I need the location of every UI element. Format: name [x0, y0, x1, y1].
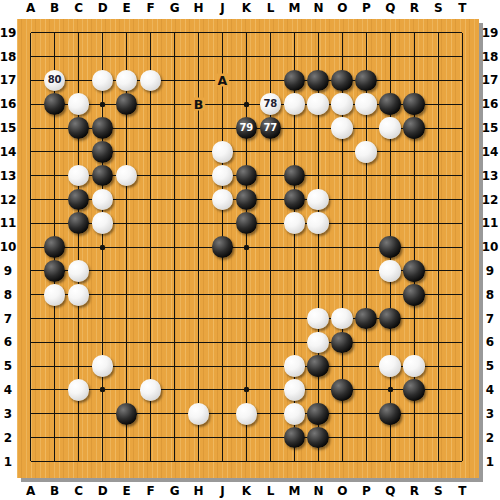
board-cell-Q8[interactable]	[378, 283, 402, 307]
board-cell-B1[interactable]	[43, 450, 67, 474]
board-cell-G13[interactable]	[163, 164, 187, 188]
board-cell-P10[interactable]	[354, 235, 378, 259]
board-cell-G18[interactable]	[163, 45, 187, 69]
board-cell-P13[interactable]	[354, 164, 378, 188]
board-cell-H6[interactable]	[186, 330, 210, 354]
board-cell-J17[interactable]: A	[210, 69, 234, 93]
board-cell-A19[interactable]	[19, 21, 43, 45]
board-cell-J11[interactable]	[210, 211, 234, 235]
board-cell-L13[interactable]	[258, 164, 282, 188]
board-cell-S9[interactable]	[426, 259, 450, 283]
board-cell-L6[interactable]	[258, 330, 282, 354]
board-cell-E14[interactable]	[115, 140, 139, 164]
board-cell-G12[interactable]	[163, 188, 187, 212]
board-cell-L9[interactable]	[258, 259, 282, 283]
board-cell-S11[interactable]	[426, 211, 450, 235]
board-cell-K13[interactable]	[234, 164, 258, 188]
board-cell-A5[interactable]	[19, 354, 43, 378]
board-cell-B16[interactable]	[43, 92, 67, 116]
board-cell-S15[interactable]	[426, 116, 450, 140]
board-cell-T9[interactable]	[450, 259, 474, 283]
board-cell-T1[interactable]	[450, 450, 474, 474]
board-cell-A14[interactable]	[19, 140, 43, 164]
board-cell-K3[interactable]	[234, 402, 258, 426]
board-cell-P9[interactable]	[354, 259, 378, 283]
board-cell-C5[interactable]	[67, 354, 91, 378]
board-cell-E13[interactable]	[115, 164, 139, 188]
board-cell-P17[interactable]	[354, 69, 378, 93]
board-cell-G5[interactable]	[163, 354, 187, 378]
board-cell-G2[interactable]	[163, 426, 187, 450]
board-cell-D1[interactable]	[91, 450, 115, 474]
board-cell-M10[interactable]	[282, 235, 306, 259]
board-cell-P14[interactable]	[354, 140, 378, 164]
board-cell-A6[interactable]	[19, 330, 43, 354]
board-cell-K8[interactable]	[234, 283, 258, 307]
board-cell-P8[interactable]	[354, 283, 378, 307]
board-cell-L10[interactable]	[258, 235, 282, 259]
board-cell-O3[interactable]	[330, 402, 354, 426]
board-cell-A17[interactable]	[19, 69, 43, 93]
board-cell-T8[interactable]	[450, 283, 474, 307]
board-cell-F3[interactable]	[139, 402, 163, 426]
board-cell-J19[interactable]	[210, 21, 234, 45]
board-cell-Q4[interactable]	[378, 378, 402, 402]
board-cell-N17[interactable]	[306, 69, 330, 93]
board-cell-M1[interactable]	[282, 450, 306, 474]
board-cell-G10[interactable]	[163, 235, 187, 259]
board-cell-R17[interactable]	[402, 69, 426, 93]
board-cell-O5[interactable]	[330, 354, 354, 378]
board-cell-C4[interactable]	[67, 378, 91, 402]
board-cell-B7[interactable]	[43, 307, 67, 331]
board-cell-Q19[interactable]	[378, 21, 402, 45]
board-cell-N1[interactable]	[306, 450, 330, 474]
board-cell-G3[interactable]	[163, 402, 187, 426]
board-cell-Q9[interactable]	[378, 259, 402, 283]
board-cell-N18[interactable]	[306, 45, 330, 69]
board-cell-O18[interactable]	[330, 45, 354, 69]
board-cell-L1[interactable]	[258, 450, 282, 474]
board-cell-C19[interactable]	[67, 21, 91, 45]
board-cell-E5[interactable]	[115, 354, 139, 378]
board-cell-N9[interactable]	[306, 259, 330, 283]
board-cell-K1[interactable]	[234, 450, 258, 474]
board-cell-K15[interactable]: 79	[234, 116, 258, 140]
board-cell-K4[interactable]	[234, 378, 258, 402]
board-cell-B14[interactable]	[43, 140, 67, 164]
board-cell-A10[interactable]	[19, 235, 43, 259]
board-cell-D14[interactable]	[91, 140, 115, 164]
board-cell-P2[interactable]	[354, 426, 378, 450]
board-cell-H2[interactable]	[186, 426, 210, 450]
board-cell-F1[interactable]	[139, 450, 163, 474]
board-cell-N14[interactable]	[306, 140, 330, 164]
board-cell-C7[interactable]	[67, 307, 91, 331]
board-cell-S5[interactable]	[426, 354, 450, 378]
board-cell-G11[interactable]	[163, 211, 187, 235]
board-cell-J15[interactable]	[210, 116, 234, 140]
board-cell-O10[interactable]	[330, 235, 354, 259]
board-cell-H15[interactable]	[186, 116, 210, 140]
board-cell-M14[interactable]	[282, 140, 306, 164]
board-cell-L14[interactable]	[258, 140, 282, 164]
board-cell-M6[interactable]	[282, 330, 306, 354]
board-cell-D11[interactable]	[91, 211, 115, 235]
board-cell-M16[interactable]	[282, 92, 306, 116]
board-cell-R10[interactable]	[402, 235, 426, 259]
board-cell-N4[interactable]	[306, 378, 330, 402]
board-cell-M19[interactable]	[282, 21, 306, 45]
board-cell-G15[interactable]	[163, 116, 187, 140]
board-cell-B18[interactable]	[43, 45, 67, 69]
board-cell-F2[interactable]	[139, 426, 163, 450]
board-cell-L15[interactable]: 77	[258, 116, 282, 140]
board-cell-D18[interactable]	[91, 45, 115, 69]
board-cell-H14[interactable]	[186, 140, 210, 164]
board-cell-D5[interactable]	[91, 354, 115, 378]
board-cell-M13[interactable]	[282, 164, 306, 188]
board-cell-Q11[interactable]	[378, 211, 402, 235]
board-cell-P7[interactable]	[354, 307, 378, 331]
board-cell-E4[interactable]	[115, 378, 139, 402]
board-cell-C9[interactable]	[67, 259, 91, 283]
board-cell-F9[interactable]	[139, 259, 163, 283]
board-cell-J3[interactable]	[210, 402, 234, 426]
board-cell-L7[interactable]	[258, 307, 282, 331]
board-cell-M2[interactable]	[282, 426, 306, 450]
board-cell-H3[interactable]	[186, 402, 210, 426]
board-cell-K16[interactable]	[234, 92, 258, 116]
board-cell-D15[interactable]	[91, 116, 115, 140]
board-cell-Q6[interactable]	[378, 330, 402, 354]
board-cell-F12[interactable]	[139, 188, 163, 212]
board-cell-C1[interactable]	[67, 450, 91, 474]
board-cell-R1[interactable]	[402, 450, 426, 474]
board-cell-R2[interactable]	[402, 426, 426, 450]
board-cell-C15[interactable]	[67, 116, 91, 140]
board-cell-F14[interactable]	[139, 140, 163, 164]
board-cell-T17[interactable]	[450, 69, 474, 93]
board-cell-A7[interactable]	[19, 307, 43, 331]
board-cell-F18[interactable]	[139, 45, 163, 69]
board-cell-L12[interactable]	[258, 188, 282, 212]
board-cell-H13[interactable]	[186, 164, 210, 188]
board-cell-N12[interactable]	[306, 188, 330, 212]
board-cell-G17[interactable]	[163, 69, 187, 93]
board-cell-D6[interactable]	[91, 330, 115, 354]
board-cell-G19[interactable]	[163, 21, 187, 45]
board-cell-C17[interactable]	[67, 69, 91, 93]
board-cell-A8[interactable]	[19, 283, 43, 307]
board-cell-B4[interactable]	[43, 378, 67, 402]
board-cell-P4[interactable]	[354, 378, 378, 402]
board-cell-E6[interactable]	[115, 330, 139, 354]
board-cell-T10[interactable]	[450, 235, 474, 259]
board-cell-S7[interactable]	[426, 307, 450, 331]
board-cell-S14[interactable]	[426, 140, 450, 164]
board-cell-H11[interactable]	[186, 211, 210, 235]
board-cell-A18[interactable]	[19, 45, 43, 69]
board-cell-B8[interactable]	[43, 283, 67, 307]
board-cell-H1[interactable]	[186, 450, 210, 474]
board-cell-M3[interactable]	[282, 402, 306, 426]
board-cell-H16[interactable]: B	[186, 92, 210, 116]
board-cell-T19[interactable]	[450, 21, 474, 45]
board-cell-A15[interactable]	[19, 116, 43, 140]
board-cell-S18[interactable]	[426, 45, 450, 69]
board-cell-M8[interactable]	[282, 283, 306, 307]
board-cell-O9[interactable]	[330, 259, 354, 283]
board-cell-J10[interactable]	[210, 235, 234, 259]
board-cell-H17[interactable]	[186, 69, 210, 93]
board-cell-L8[interactable]	[258, 283, 282, 307]
board-cell-D19[interactable]	[91, 21, 115, 45]
board-cell-F15[interactable]	[139, 116, 163, 140]
board-cell-J1[interactable]	[210, 450, 234, 474]
board-cell-B11[interactable]	[43, 211, 67, 235]
board-cell-O4[interactable]	[330, 378, 354, 402]
board-cell-L16[interactable]: 78	[258, 92, 282, 116]
board-cell-O19[interactable]	[330, 21, 354, 45]
board-cell-S3[interactable]	[426, 402, 450, 426]
board-cell-B17[interactable]: 80	[43, 69, 67, 93]
board-cell-R12[interactable]	[402, 188, 426, 212]
board-cell-K6[interactable]	[234, 330, 258, 354]
board-cell-T4[interactable]	[450, 378, 474, 402]
board-grid[interactable]: 80AB787977	[19, 21, 474, 473]
board-cell-K18[interactable]	[234, 45, 258, 69]
board-cell-B12[interactable]	[43, 188, 67, 212]
board-cell-D13[interactable]	[91, 164, 115, 188]
board-cell-J12[interactable]	[210, 188, 234, 212]
board-cell-A16[interactable]	[19, 92, 43, 116]
board-cell-A1[interactable]	[19, 450, 43, 474]
board-cell-L2[interactable]	[258, 426, 282, 450]
board-cell-O6[interactable]	[330, 330, 354, 354]
board-cell-N11[interactable]	[306, 211, 330, 235]
board-cell-T18[interactable]	[450, 45, 474, 69]
board-cell-E9[interactable]	[115, 259, 139, 283]
board-cell-K2[interactable]	[234, 426, 258, 450]
board-cell-E15[interactable]	[115, 116, 139, 140]
board-cell-B19[interactable]	[43, 21, 67, 45]
board-cell-E8[interactable]	[115, 283, 139, 307]
board-cell-N3[interactable]	[306, 402, 330, 426]
board-cell-P12[interactable]	[354, 188, 378, 212]
board-cell-F8[interactable]	[139, 283, 163, 307]
board-cell-F4[interactable]	[139, 378, 163, 402]
board-cell-O14[interactable]	[330, 140, 354, 164]
board-cell-N7[interactable]	[306, 307, 330, 331]
board-cell-A9[interactable]	[19, 259, 43, 283]
board-cell-M17[interactable]	[282, 69, 306, 93]
board-cell-Q13[interactable]	[378, 164, 402, 188]
board-cell-O1[interactable]	[330, 450, 354, 474]
board-cell-Q12[interactable]	[378, 188, 402, 212]
board-cell-T2[interactable]	[450, 426, 474, 450]
board-cell-D4[interactable]	[91, 378, 115, 402]
board-cell-S1[interactable]	[426, 450, 450, 474]
board-cell-J6[interactable]	[210, 330, 234, 354]
board-cell-F19[interactable]	[139, 21, 163, 45]
board-cell-S8[interactable]	[426, 283, 450, 307]
board-cell-T6[interactable]	[450, 330, 474, 354]
board-cell-K7[interactable]	[234, 307, 258, 331]
board-cell-P3[interactable]	[354, 402, 378, 426]
board-cell-L3[interactable]	[258, 402, 282, 426]
board-cell-F13[interactable]	[139, 164, 163, 188]
board-cell-L11[interactable]	[258, 211, 282, 235]
board-cell-Q16[interactable]	[378, 92, 402, 116]
board-cell-C6[interactable]	[67, 330, 91, 354]
board-cell-D9[interactable]	[91, 259, 115, 283]
board-cell-R4[interactable]	[402, 378, 426, 402]
board-cell-A13[interactable]	[19, 164, 43, 188]
board-cell-E3[interactable]	[115, 402, 139, 426]
board-cell-G1[interactable]	[163, 450, 187, 474]
board-cell-B6[interactable]	[43, 330, 67, 354]
board-cell-A3[interactable]	[19, 402, 43, 426]
board-cell-R8[interactable]	[402, 283, 426, 307]
board-cell-O11[interactable]	[330, 211, 354, 235]
board-cell-H19[interactable]	[186, 21, 210, 45]
board-cell-R3[interactable]	[402, 402, 426, 426]
board-cell-J8[interactable]	[210, 283, 234, 307]
board-cell-O13[interactable]	[330, 164, 354, 188]
board-cell-N15[interactable]	[306, 116, 330, 140]
board-cell-E7[interactable]	[115, 307, 139, 331]
board-cell-E2[interactable]	[115, 426, 139, 450]
board-cell-T14[interactable]	[450, 140, 474, 164]
board-cell-R15[interactable]	[402, 116, 426, 140]
board-cell-B9[interactable]	[43, 259, 67, 283]
board-cell-E16[interactable]	[115, 92, 139, 116]
board-cell-G16[interactable]	[163, 92, 187, 116]
board-cell-F11[interactable]	[139, 211, 163, 235]
board-cell-R18[interactable]	[402, 45, 426, 69]
board-cell-L19[interactable]	[258, 21, 282, 45]
board-cell-K9[interactable]	[234, 259, 258, 283]
board-cell-N6[interactable]	[306, 330, 330, 354]
board-cell-J9[interactable]	[210, 259, 234, 283]
board-cell-F16[interactable]	[139, 92, 163, 116]
board-cell-H8[interactable]	[186, 283, 210, 307]
board-cell-N19[interactable]	[306, 21, 330, 45]
board-cell-O17[interactable]	[330, 69, 354, 93]
board-cell-F10[interactable]	[139, 235, 163, 259]
board-cell-P5[interactable]	[354, 354, 378, 378]
board-cell-A2[interactable]	[19, 426, 43, 450]
board-cell-H5[interactable]	[186, 354, 210, 378]
board-cell-N8[interactable]	[306, 283, 330, 307]
board-cell-M11[interactable]	[282, 211, 306, 235]
board-cell-K11[interactable]	[234, 211, 258, 235]
board-cell-S16[interactable]	[426, 92, 450, 116]
board-cell-J7[interactable]	[210, 307, 234, 331]
board-cell-Q5[interactable]	[378, 354, 402, 378]
board-cell-T3[interactable]	[450, 402, 474, 426]
board-cell-J16[interactable]	[210, 92, 234, 116]
board-cell-A11[interactable]	[19, 211, 43, 235]
board-cell-L5[interactable]	[258, 354, 282, 378]
board-cell-G7[interactable]	[163, 307, 187, 331]
board-cell-S17[interactable]	[426, 69, 450, 93]
board-cell-O7[interactable]	[330, 307, 354, 331]
board-cell-F6[interactable]	[139, 330, 163, 354]
board-cell-N10[interactable]	[306, 235, 330, 259]
board-cell-S13[interactable]	[426, 164, 450, 188]
board-cell-N16[interactable]	[306, 92, 330, 116]
board-cell-D12[interactable]	[91, 188, 115, 212]
board-cell-C8[interactable]	[67, 283, 91, 307]
board-cell-E18[interactable]	[115, 45, 139, 69]
board-cell-C10[interactable]	[67, 235, 91, 259]
board-cell-M18[interactable]	[282, 45, 306, 69]
board-cell-G9[interactable]	[163, 259, 187, 283]
board-cell-B15[interactable]	[43, 116, 67, 140]
board-cell-Q1[interactable]	[378, 450, 402, 474]
board-cell-K5[interactable]	[234, 354, 258, 378]
board-cell-P11[interactable]	[354, 211, 378, 235]
board-cell-D3[interactable]	[91, 402, 115, 426]
board-cell-Q10[interactable]	[378, 235, 402, 259]
board-cell-R5[interactable]	[402, 354, 426, 378]
board-cell-G8[interactable]	[163, 283, 187, 307]
board-cell-F7[interactable]	[139, 307, 163, 331]
board-cell-R14[interactable]	[402, 140, 426, 164]
board-cell-L17[interactable]	[258, 69, 282, 93]
board-cell-C14[interactable]	[67, 140, 91, 164]
board-cell-T16[interactable]	[450, 92, 474, 116]
board-cell-K19[interactable]	[234, 21, 258, 45]
board-cell-P1[interactable]	[354, 450, 378, 474]
board-cell-P19[interactable]	[354, 21, 378, 45]
board-cell-P6[interactable]	[354, 330, 378, 354]
board-cell-H18[interactable]	[186, 45, 210, 69]
board-cell-H10[interactable]	[186, 235, 210, 259]
board-cell-O8[interactable]	[330, 283, 354, 307]
board-cell-G6[interactable]	[163, 330, 187, 354]
board-cell-J13[interactable]	[210, 164, 234, 188]
board-cell-S6[interactable]	[426, 330, 450, 354]
board-cell-S12[interactable]	[426, 188, 450, 212]
board-cell-E10[interactable]	[115, 235, 139, 259]
board-cell-B13[interactable]	[43, 164, 67, 188]
board-cell-M9[interactable]	[282, 259, 306, 283]
board-cell-D10[interactable]	[91, 235, 115, 259]
board-cell-K17[interactable]	[234, 69, 258, 93]
board-cell-Q18[interactable]	[378, 45, 402, 69]
board-cell-P16[interactable]	[354, 92, 378, 116]
board-cell-M4[interactable]	[282, 378, 306, 402]
board-cell-B2[interactable]	[43, 426, 67, 450]
board-cell-O15[interactable]	[330, 116, 354, 140]
board-cell-E11[interactable]	[115, 211, 139, 235]
board-cell-H12[interactable]	[186, 188, 210, 212]
board-cell-D8[interactable]	[91, 283, 115, 307]
board-cell-R11[interactable]	[402, 211, 426, 235]
board-cell-B3[interactable]	[43, 402, 67, 426]
board-cell-C2[interactable]	[67, 426, 91, 450]
board-cell-T7[interactable]	[450, 307, 474, 331]
board-cell-C16[interactable]	[67, 92, 91, 116]
board-cell-N13[interactable]	[306, 164, 330, 188]
board-cell-L4[interactable]	[258, 378, 282, 402]
board-cell-C13[interactable]	[67, 164, 91, 188]
board-cell-O16[interactable]	[330, 92, 354, 116]
board-cell-M12[interactable]	[282, 188, 306, 212]
